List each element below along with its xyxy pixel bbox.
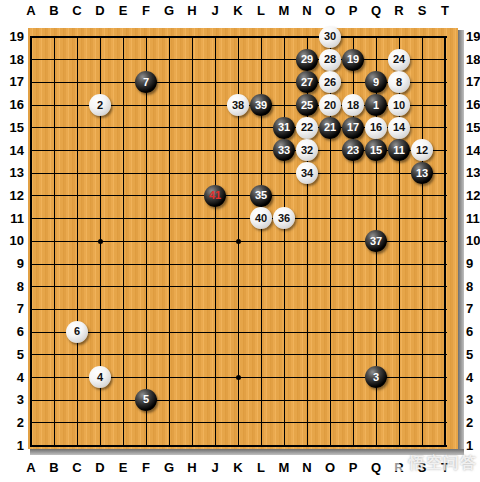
intersection-P8 <box>342 275 365 298</box>
intersection-D12 <box>89 184 112 207</box>
intersection-C7 <box>66 298 89 321</box>
intersection-D5 <box>89 343 112 366</box>
row-label-right-15: 15 <box>466 121 480 135</box>
stone-number-33: 33 <box>278 145 290 156</box>
intersection-R13 <box>388 162 411 185</box>
intersection-E10 <box>112 230 135 253</box>
intersection-B19 <box>43 26 66 49</box>
stone-white-16: 16 <box>365 117 387 139</box>
intersection-G2 <box>158 411 181 434</box>
intersection-L2 <box>250 411 273 434</box>
intersection-Q17: 9 <box>365 71 388 94</box>
intersection-J2 <box>204 411 227 434</box>
stone-number-14: 14 <box>393 122 405 133</box>
intersection-N8 <box>296 275 319 298</box>
intersection-T12 <box>434 184 457 207</box>
intersection-N12 <box>296 184 319 207</box>
intersection-P2 <box>342 411 365 434</box>
row-label-right-12: 12 <box>466 189 480 203</box>
intersection-O10 <box>319 230 342 253</box>
row-label-left-18: 18 <box>2 53 24 67</box>
intersection-G13 <box>158 162 181 185</box>
stone-number-4: 4 <box>97 372 103 383</box>
intersection-R5 <box>388 343 411 366</box>
intersection-N7 <box>296 298 319 321</box>
column-label-bottom-M: M <box>276 461 292 475</box>
intersection-H8 <box>181 275 204 298</box>
column-label-bottom-A: A <box>23 461 39 475</box>
stone-number-3: 3 <box>373 372 379 383</box>
intersection-G10 <box>158 230 181 253</box>
intersection-L5 <box>250 343 273 366</box>
intersection-D2 <box>89 411 112 434</box>
row-label-right-2: 2 <box>466 416 480 430</box>
stone-black-31: 31 <box>273 117 295 139</box>
row-label-right-7: 7 <box>466 302 480 316</box>
intersection-D16: 2 <box>89 94 112 117</box>
intersection-C15 <box>66 116 89 139</box>
intersection-T14 <box>434 139 457 162</box>
intersection-G18 <box>158 48 181 71</box>
intersection-Q11 <box>365 207 388 230</box>
intersection-Q13 <box>365 162 388 185</box>
intersection-K10 <box>227 230 250 253</box>
stone-number-36: 36 <box>278 213 290 224</box>
intersection-G11 <box>158 207 181 230</box>
intersection-J6 <box>204 321 227 344</box>
stone-number-16: 16 <box>370 122 382 133</box>
intersection-D3 <box>89 389 112 412</box>
intersection-N9 <box>296 253 319 276</box>
intersection-H3 <box>181 389 204 412</box>
go-board-diagram: 3029281924727269823839252018110312221171… <box>0 0 480 482</box>
intersection-M19 <box>273 26 296 49</box>
intersection-F17: 7 <box>135 71 158 94</box>
intersection-Q16: 1 <box>365 94 388 117</box>
row-label-right-4: 4 <box>466 371 480 385</box>
intersection-E3 <box>112 389 135 412</box>
intersection-N11 <box>296 207 319 230</box>
row-label-left-16: 16 <box>2 98 24 112</box>
intersection-O15: 21 <box>319 116 342 139</box>
intersection-R14: 11 <box>388 139 411 162</box>
column-label-bottom-C: C <box>69 461 85 475</box>
column-label-top-C: C <box>69 4 85 18</box>
intersection-F19 <box>135 26 158 49</box>
intersection-E15 <box>112 116 135 139</box>
intersection-E8 <box>112 275 135 298</box>
intersection-B1 <box>43 434 66 457</box>
intersection-K18 <box>227 48 250 71</box>
intersection-M1 <box>273 434 296 457</box>
intersection-S15 <box>411 116 434 139</box>
intersection-F8 <box>135 275 158 298</box>
intersection-J17 <box>204 71 227 94</box>
intersection-H14 <box>181 139 204 162</box>
column-label-top-N: N <box>299 4 315 18</box>
intersection-Q18 <box>365 48 388 71</box>
stone-black-33: 33 <box>273 139 295 161</box>
row-label-left-9: 9 <box>2 257 24 271</box>
stone-white-40: 40 <box>250 207 272 229</box>
intersection-L6 <box>250 321 273 344</box>
row-label-left-4: 4 <box>2 371 24 385</box>
intersection-L11: 40 <box>250 207 273 230</box>
row-label-left-7: 7 <box>2 302 24 316</box>
stone-black-7: 7 <box>135 71 157 93</box>
intersection-L16: 39 <box>250 94 273 117</box>
intersection-B4 <box>43 366 66 389</box>
row-label-right-5: 5 <box>466 348 480 362</box>
intersection-M15: 31 <box>273 116 296 139</box>
column-label-top-L: L <box>253 4 269 18</box>
intersection-S4 <box>411 366 434 389</box>
intersection-D15 <box>89 116 112 139</box>
intersection-P19 <box>342 26 365 49</box>
intersection-T13 <box>434 162 457 185</box>
intersection-D11 <box>89 207 112 230</box>
row-label-left-13: 13 <box>2 166 24 180</box>
stone-white-38: 38 <box>227 94 249 116</box>
intersection-P15: 17 <box>342 116 365 139</box>
intersection-B11 <box>43 207 66 230</box>
intersection-E4 <box>112 366 135 389</box>
intersection-H11 <box>181 207 204 230</box>
intersection-R15: 14 <box>388 116 411 139</box>
intersection-Q8 <box>365 275 388 298</box>
intersection-Q15: 16 <box>365 116 388 139</box>
column-label-bottom-B: B <box>46 461 62 475</box>
row-label-right-17: 17 <box>466 75 480 89</box>
intersection-L17 <box>250 71 273 94</box>
intersection-P11 <box>342 207 365 230</box>
intersection-T5 <box>434 343 457 366</box>
row-label-left-1: 1 <box>2 439 24 453</box>
intersection-S18 <box>411 48 434 71</box>
stone-black-21: 21 <box>319 117 341 139</box>
intersection-M6 <box>273 321 296 344</box>
intersection-M11: 36 <box>273 207 296 230</box>
intersection-G15 <box>158 116 181 139</box>
intersection-S5 <box>411 343 434 366</box>
intersection-E1 <box>112 434 135 457</box>
intersection-H12 <box>181 184 204 207</box>
stone-number-38: 38 <box>232 100 244 111</box>
intersection-E11 <box>112 207 135 230</box>
stone-black-25: 25 <box>296 94 318 116</box>
intersection-S19 <box>411 26 434 49</box>
intersection-S17 <box>411 71 434 94</box>
intersection-D1 <box>89 434 112 457</box>
intersection-C17 <box>66 71 89 94</box>
intersection-M4 <box>273 366 296 389</box>
intersection-K3 <box>227 389 250 412</box>
column-label-top-T: T <box>437 4 453 18</box>
intersection-B12 <box>43 184 66 207</box>
intersection-K2 <box>227 411 250 434</box>
intersection-C11 <box>66 207 89 230</box>
intersection-G3 <box>158 389 181 412</box>
intersection-Q19 <box>365 26 388 49</box>
intersection-N15: 22 <box>296 116 319 139</box>
intersection-E2 <box>112 411 135 434</box>
stone-number-24: 24 <box>393 54 405 65</box>
intersection-F1 <box>135 434 158 457</box>
intersection-T3 <box>434 389 457 412</box>
intersection-P12 <box>342 184 365 207</box>
intersection-J1 <box>204 434 227 457</box>
intersection-K6 <box>227 321 250 344</box>
intersection-P14: 23 <box>342 139 365 162</box>
intersection-H5 <box>181 343 204 366</box>
intersection-C5 <box>66 343 89 366</box>
stone-black-19: 19 <box>342 49 364 71</box>
intersection-T16 <box>434 94 457 117</box>
intersection-T15 <box>434 116 457 139</box>
row-label-left-3: 3 <box>2 393 24 407</box>
column-label-bottom-E: E <box>115 461 131 475</box>
intersection-K1 <box>227 434 250 457</box>
stone-white-14: 14 <box>388 117 410 139</box>
intersection-S3 <box>411 389 434 412</box>
intersection-K13 <box>227 162 250 185</box>
intersection-L18 <box>250 48 273 71</box>
intersection-E12 <box>112 184 135 207</box>
intersection-Q14: 15 <box>365 139 388 162</box>
intersection-N3 <box>296 389 319 412</box>
intersection-N16: 25 <box>296 94 319 117</box>
stone-black-9: 9 <box>365 71 387 93</box>
stone-number-8: 8 <box>396 77 402 88</box>
intersection-N19 <box>296 26 319 49</box>
intersection-H9 <box>181 253 204 276</box>
intersection-L15 <box>250 116 273 139</box>
row-label-left-19: 19 <box>2 30 24 44</box>
intersection-C4 <box>66 366 89 389</box>
intersection-P10 <box>342 230 365 253</box>
intersection-G1 <box>158 434 181 457</box>
intersection-B9 <box>43 253 66 276</box>
stone-number-40: 40 <box>255 213 267 224</box>
stone-white-30: 30 <box>319 26 341 48</box>
intersection-Q12 <box>365 184 388 207</box>
intersection-G4 <box>158 366 181 389</box>
intersection-B10 <box>43 230 66 253</box>
column-label-top-E: E <box>115 4 131 18</box>
intersection-F15 <box>135 116 158 139</box>
column-label-bottom-H: H <box>184 461 200 475</box>
intersection-K11 <box>227 207 250 230</box>
intersection-D14 <box>89 139 112 162</box>
intersection-M10 <box>273 230 296 253</box>
stone-black-13: 13 <box>411 162 433 184</box>
intersection-K5 <box>227 343 250 366</box>
intersection-E17 <box>112 71 135 94</box>
intersection-L1 <box>250 434 273 457</box>
row-label-left-2: 2 <box>2 416 24 430</box>
stone-white-6: 6 <box>66 321 88 343</box>
column-label-top-B: B <box>46 4 62 18</box>
intersection-N14: 32 <box>296 139 319 162</box>
intersection-B8 <box>43 275 66 298</box>
intersection-R19 <box>388 26 411 49</box>
stone-white-22: 22 <box>296 117 318 139</box>
stone-number-27: 27 <box>301 77 313 88</box>
intersection-O1 <box>319 434 342 457</box>
row-label-right-11: 11 <box>466 212 480 226</box>
intersection-J9 <box>204 253 227 276</box>
intersection-D18 <box>89 48 112 71</box>
intersection-O7 <box>319 298 342 321</box>
intersection-C9 <box>66 253 89 276</box>
intersection-Q4: 3 <box>365 366 388 389</box>
intersection-T17 <box>434 71 457 94</box>
intersection-C8 <box>66 275 89 298</box>
column-label-top-G: G <box>161 4 177 18</box>
intersection-L7 <box>250 298 273 321</box>
row-label-left-6: 6 <box>2 325 24 339</box>
intersection-J4 <box>204 366 227 389</box>
intersection-C1 <box>66 434 89 457</box>
intersection-Q3 <box>365 389 388 412</box>
intersection-N4 <box>296 366 319 389</box>
intersection-O18: 28 <box>319 48 342 71</box>
row-label-right-8: 8 <box>466 280 480 294</box>
row-label-left-5: 5 <box>2 348 24 362</box>
intersection-K19 <box>227 26 250 49</box>
stone-white-26: 26 <box>319 71 341 93</box>
intersection-H16 <box>181 94 204 117</box>
intersection-T10 <box>434 230 457 253</box>
intersection-T6 <box>434 321 457 344</box>
column-label-top-Q: Q <box>368 4 384 18</box>
intersection-L13 <box>250 162 273 185</box>
stone-number-22: 22 <box>301 122 313 133</box>
intersection-C18 <box>66 48 89 71</box>
intersection-P5 <box>342 343 365 366</box>
intersection-F10 <box>135 230 158 253</box>
intersection-C2 <box>66 411 89 434</box>
row-label-left-8: 8 <box>2 280 24 294</box>
stone-white-2: 2 <box>89 94 111 116</box>
row-label-left-15: 15 <box>2 121 24 135</box>
intersection-O2 <box>319 411 342 434</box>
column-label-top-K: K <box>230 4 246 18</box>
row-label-right-9: 9 <box>466 257 480 271</box>
intersection-G12 <box>158 184 181 207</box>
row-label-right-13: 13 <box>466 166 480 180</box>
intersection-G14 <box>158 139 181 162</box>
intersection-B7 <box>43 298 66 321</box>
intersection-P13 <box>342 162 365 185</box>
stone-number-1: 1 <box>373 100 379 111</box>
row-label-left-17: 17 <box>2 75 24 89</box>
stone-black-17: 17 <box>342 117 364 139</box>
intersection-L10 <box>250 230 273 253</box>
stone-number-12: 12 <box>416 145 428 156</box>
column-label-top-S: S <box>414 4 430 18</box>
intersection-C16 <box>66 94 89 117</box>
intersection-T18 <box>434 48 457 71</box>
stone-white-4: 4 <box>89 366 111 388</box>
stone-black-35: 35 <box>250 185 272 207</box>
stone-number-5: 5 <box>143 394 149 405</box>
column-label-top-P: P <box>345 4 361 18</box>
intersection-B15 <box>43 116 66 139</box>
intersection-D4: 4 <box>89 366 112 389</box>
intersection-C10 <box>66 230 89 253</box>
intersection-E6 <box>112 321 135 344</box>
stone-black-3: 3 <box>365 366 387 388</box>
intersection-M13 <box>273 162 296 185</box>
column-label-bottom-D: D <box>92 461 108 475</box>
intersection-R6 <box>388 321 411 344</box>
intersection-S11 <box>411 207 434 230</box>
row-label-right-6: 6 <box>466 325 480 339</box>
stone-black-29: 29 <box>296 49 318 71</box>
row-label-right-18: 18 <box>466 53 480 67</box>
intersection-L8 <box>250 275 273 298</box>
intersection-R3 <box>388 389 411 412</box>
intersection-M12 <box>273 184 296 207</box>
intersection-K8 <box>227 275 250 298</box>
intersection-J3 <box>204 389 227 412</box>
intersection-J19 <box>204 26 227 49</box>
intersection-H13 <box>181 162 204 185</box>
stone-black-1: 1 <box>365 94 387 116</box>
intersection-C19 <box>66 26 89 49</box>
intersection-H6 <box>181 321 204 344</box>
stone-white-36: 36 <box>273 207 295 229</box>
board-grid: 3029281924727269823839252018110312221171… <box>20 26 457 457</box>
intersection-F3: 5 <box>135 389 158 412</box>
stone-white-34: 34 <box>296 162 318 184</box>
stone-number-18: 18 <box>347 100 359 111</box>
intersection-B14 <box>43 139 66 162</box>
intersection-G6 <box>158 321 181 344</box>
intersection-L12: 35 <box>250 184 273 207</box>
watermark-text: 悟空问答 <box>409 453 477 474</box>
stone-number-29: 29 <box>301 54 313 65</box>
intersection-B13 <box>43 162 66 185</box>
intersection-B5 <box>43 343 66 366</box>
column-label-bottom-N: N <box>299 461 315 475</box>
intersection-S12 <box>411 184 434 207</box>
stone-black-11: 11 <box>388 139 410 161</box>
intersection-B2 <box>43 411 66 434</box>
intersection-E14 <box>112 139 135 162</box>
stone-white-28: 28 <box>319 49 341 71</box>
intersection-F9 <box>135 253 158 276</box>
column-label-top-O: O <box>322 4 338 18</box>
intersection-O4 <box>319 366 342 389</box>
intersection-M8 <box>273 275 296 298</box>
intersection-M16 <box>273 94 296 117</box>
stone-white-8: 8 <box>388 71 410 93</box>
intersection-R12 <box>388 184 411 207</box>
stone-number-26: 26 <box>324 77 336 88</box>
intersection-N6 <box>296 321 319 344</box>
intersection-T7 <box>434 298 457 321</box>
stone-black-23: 23 <box>342 139 364 161</box>
intersection-O5 <box>319 343 342 366</box>
intersection-J8 <box>204 275 227 298</box>
stone-number-23: 23 <box>347 145 359 156</box>
column-label-top-R: R <box>391 4 407 18</box>
intersection-B6 <box>43 321 66 344</box>
column-label-top-D: D <box>92 4 108 18</box>
intersection-M5 <box>273 343 296 366</box>
